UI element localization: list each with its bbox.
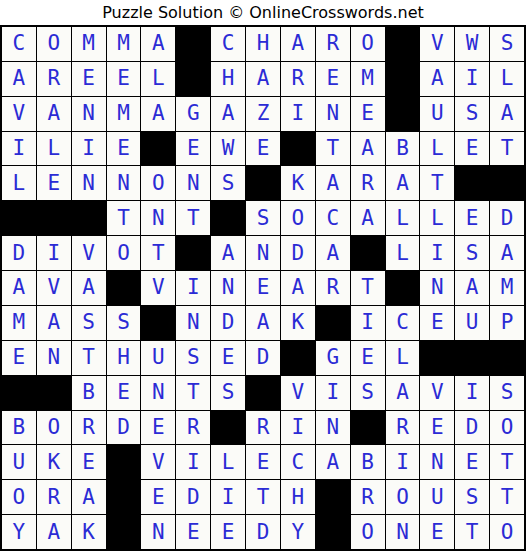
letter-cell-r12c10: N xyxy=(316,411,350,445)
letter-cell-r8c9: A xyxy=(281,271,315,305)
letter-cell-r6c11: A xyxy=(351,201,385,235)
letter-cell-r14c5: E xyxy=(141,480,175,514)
letter-cell-r7c2: I xyxy=(37,236,71,270)
black-cell-r4c5 xyxy=(141,132,175,166)
black-cell-r9c5 xyxy=(141,306,175,340)
black-cell-r7c11 xyxy=(351,236,385,270)
letter-cell-r1c8: H xyxy=(246,27,280,61)
letter-cell-r14c1: O xyxy=(2,480,36,514)
black-cell-r14c4 xyxy=(107,480,141,514)
black-cell-r6c7 xyxy=(211,201,245,235)
letter-cell-r13c6: I xyxy=(176,445,210,479)
black-cell-r5c14 xyxy=(455,166,489,200)
letter-cell-r5c1: L xyxy=(2,166,36,200)
letter-cell-r8c5: V xyxy=(141,271,175,305)
letter-cell-r1c5: A xyxy=(141,27,175,61)
black-cell-r12c7 xyxy=(211,411,245,445)
letter-cell-r9c6: N xyxy=(176,306,210,340)
letter-cell-r1c2: O xyxy=(37,27,71,61)
letter-cell-r3c3: N xyxy=(72,97,106,131)
letter-cell-r1c13: V xyxy=(420,27,454,61)
letter-cell-r5c9: K xyxy=(281,166,315,200)
letter-cell-r1c3: M xyxy=(72,27,106,61)
letter-cell-r2c13: A xyxy=(420,62,454,96)
letter-cell-r5c3: N xyxy=(72,166,106,200)
black-cell-r5c8 xyxy=(246,166,280,200)
letter-cell-r2c5: L xyxy=(141,62,175,96)
letter-cell-r13c3: E xyxy=(72,445,106,479)
letter-cell-r1c14: W xyxy=(455,27,489,61)
letter-cell-r10c5: U xyxy=(141,341,175,375)
letter-cell-r12c2: O xyxy=(37,411,71,445)
letter-cell-r11c10: I xyxy=(316,376,350,410)
letter-cell-r15c14: T xyxy=(455,515,489,549)
letter-cell-r4c12: B xyxy=(386,132,420,166)
letter-cell-r2c1: A xyxy=(2,62,36,96)
letter-cell-r11c3: B xyxy=(72,376,106,410)
letter-cell-r5c12: A xyxy=(386,166,420,200)
letter-cell-r4c11: A xyxy=(351,132,385,166)
letter-cell-r6c6: T xyxy=(176,201,210,235)
letter-cell-r6c5: N xyxy=(141,201,175,235)
black-cell-r11c1 xyxy=(2,376,36,410)
letter-cell-r7c8: N xyxy=(246,236,280,270)
black-cell-r10c9 xyxy=(281,341,315,375)
black-cell-r11c8 xyxy=(246,376,280,410)
letter-cell-r11c9: V xyxy=(281,376,315,410)
letter-cell-r6c8: S xyxy=(246,201,280,235)
letter-cell-r13c11: B xyxy=(351,445,385,479)
letter-cell-r14c14: S xyxy=(455,480,489,514)
letter-cell-r7c13: I xyxy=(420,236,454,270)
letter-cell-r5c2: E xyxy=(37,166,71,200)
letter-cell-r14c7: I xyxy=(211,480,245,514)
letter-cell-r7c15: A xyxy=(490,236,524,270)
letter-cell-r12c12: R xyxy=(386,411,420,445)
letter-cell-r10c11: E xyxy=(351,341,385,375)
letter-cell-r13c2: K xyxy=(37,445,71,479)
letter-cell-r3c13: U xyxy=(420,97,454,131)
black-cell-r15c4 xyxy=(107,515,141,549)
letter-cell-r2c2: R xyxy=(37,62,71,96)
black-cell-r6c1 xyxy=(2,201,36,235)
letter-cell-r4c8: E xyxy=(246,132,280,166)
black-cell-r1c12 xyxy=(386,27,420,61)
letter-cell-r1c4: M xyxy=(107,27,141,61)
black-cell-r10c13 xyxy=(420,341,454,375)
letter-cell-r1c1: C xyxy=(2,27,36,61)
letter-cell-r8c10: R xyxy=(316,271,350,305)
letter-cell-r10c8: D xyxy=(246,341,280,375)
letter-cell-r8c7: N xyxy=(211,271,245,305)
letter-cell-r15c11: O xyxy=(351,515,385,549)
letter-cell-r2c3: E xyxy=(72,62,106,96)
letter-cell-r9c14: U xyxy=(455,306,489,340)
letter-cell-r6c14: E xyxy=(455,201,489,235)
letter-cell-r6c10: C xyxy=(316,201,350,235)
black-cell-r13c4 xyxy=(107,445,141,479)
letter-cell-r15c5: N xyxy=(141,515,175,549)
black-cell-r8c12 xyxy=(386,271,420,305)
letter-cell-r2c7: H xyxy=(211,62,245,96)
black-cell-r10c14 xyxy=(455,341,489,375)
letter-cell-r11c4: E xyxy=(107,376,141,410)
letter-cell-r4c14: E xyxy=(455,132,489,166)
black-cell-r7c6 xyxy=(176,236,210,270)
letter-cell-r12c3: R xyxy=(72,411,106,445)
letter-cell-r10c10: G xyxy=(316,341,350,375)
letter-cell-r12c14: D xyxy=(455,411,489,445)
letter-cell-r13c13: N xyxy=(420,445,454,479)
letter-cell-r4c6: E xyxy=(176,132,210,166)
letter-cell-r13c1: U xyxy=(2,445,36,479)
letter-cell-r6c15: D xyxy=(490,201,524,235)
letter-cell-r13c12: I xyxy=(386,445,420,479)
letter-cell-r6c9: O xyxy=(281,201,315,235)
black-cell-r2c6 xyxy=(176,62,210,96)
letter-cell-r13c8: E xyxy=(246,445,280,479)
letter-cell-r5c5: O xyxy=(141,166,175,200)
letter-cell-r3c8: Z xyxy=(246,97,280,131)
letter-cell-r3c6: G xyxy=(176,97,210,131)
letter-cell-r2c8: A xyxy=(246,62,280,96)
letter-cell-r3c9: I xyxy=(281,97,315,131)
letter-cell-r14c15: T xyxy=(490,480,524,514)
black-cell-r2c12 xyxy=(386,62,420,96)
letter-cell-r14c9: H xyxy=(281,480,315,514)
letter-cell-r8c1: A xyxy=(2,271,36,305)
letter-cell-r1c11: O xyxy=(351,27,385,61)
letter-cell-r15c1: Y xyxy=(2,515,36,549)
letter-cell-r12c4: D xyxy=(107,411,141,445)
letter-cell-r5c7: S xyxy=(211,166,245,200)
letter-cell-r7c1: D xyxy=(2,236,36,270)
letter-cell-r2c9: R xyxy=(281,62,315,96)
black-cell-r11c2 xyxy=(37,376,71,410)
letter-cell-r14c12: O xyxy=(386,480,420,514)
letter-cell-r5c10: A xyxy=(316,166,350,200)
letter-cell-r7c4: O xyxy=(107,236,141,270)
page-title: Puzzle Solution © OnlineCrosswords.net xyxy=(0,0,526,25)
letter-cell-r10c6: S xyxy=(176,341,210,375)
letter-cell-r12c15: O xyxy=(490,411,524,445)
black-cell-r14c10 xyxy=(316,480,350,514)
letter-cell-r14c13: U xyxy=(420,480,454,514)
letter-cell-r3c10: N xyxy=(316,97,350,131)
letter-cell-r10c12: L xyxy=(386,341,420,375)
letter-cell-r6c4: T xyxy=(107,201,141,235)
letter-cell-r3c14: S xyxy=(455,97,489,131)
letter-cell-r14c11: R xyxy=(351,480,385,514)
letter-cell-r15c9: Y xyxy=(281,515,315,549)
letter-cell-r15c3: K xyxy=(72,515,106,549)
letter-cell-r2c10: E xyxy=(316,62,350,96)
letter-cell-r13c15: T xyxy=(490,445,524,479)
letter-cell-r10c7: E xyxy=(211,341,245,375)
letter-cell-r3c2: A xyxy=(37,97,71,131)
letter-cell-r9c2: A xyxy=(37,306,71,340)
letter-cell-r5c4: N xyxy=(107,166,141,200)
letter-cell-r1c10: R xyxy=(316,27,350,61)
letter-cell-r3c1: V xyxy=(2,97,36,131)
letter-cell-r11c14: I xyxy=(455,376,489,410)
black-cell-r8c4 xyxy=(107,271,141,305)
black-cell-r4c9 xyxy=(281,132,315,166)
black-cell-r9c10 xyxy=(316,306,350,340)
letter-cell-r4c1: I xyxy=(2,132,36,166)
letter-cell-r7c12: L xyxy=(386,236,420,270)
crossword-grid: COMMACHAROVWSAREELHAREMAILVANMAGAZINEUSA… xyxy=(0,25,526,551)
puzzle-solution-page: Puzzle Solution © OnlineCrosswords.net C… xyxy=(0,0,526,551)
black-cell-r1c6 xyxy=(176,27,210,61)
letter-cell-r4c13: L xyxy=(420,132,454,166)
letter-cell-r3c4: M xyxy=(107,97,141,131)
letter-cell-r7c14: S xyxy=(455,236,489,270)
letter-cell-r9c7: D xyxy=(211,306,245,340)
letter-cell-r13c14: E xyxy=(455,445,489,479)
letter-cell-r13c9: C xyxy=(281,445,315,479)
letter-cell-r12c13: E xyxy=(420,411,454,445)
black-cell-r6c3 xyxy=(72,201,106,235)
letter-cell-r9c11: I xyxy=(351,306,385,340)
letter-cell-r8c11: T xyxy=(351,271,385,305)
letter-cell-r9c4: S xyxy=(107,306,141,340)
letter-cell-r13c7: L xyxy=(211,445,245,479)
letter-cell-r13c10: A xyxy=(316,445,350,479)
letter-cell-r11c5: N xyxy=(141,376,175,410)
letter-cell-r11c12: A xyxy=(386,376,420,410)
black-cell-r15c10 xyxy=(316,515,350,549)
letter-cell-r4c7: W xyxy=(211,132,245,166)
letter-cell-r10c3: T xyxy=(72,341,106,375)
letter-cell-r7c10: A xyxy=(316,236,350,270)
letter-cell-r12c1: B xyxy=(2,411,36,445)
black-cell-r6c2 xyxy=(37,201,71,235)
letter-cell-r2c11: M xyxy=(351,62,385,96)
letter-cell-r7c3: V xyxy=(72,236,106,270)
letter-cell-r2c4: E xyxy=(107,62,141,96)
letter-cell-r12c9: I xyxy=(281,411,315,445)
letter-cell-r8c15: M xyxy=(490,271,524,305)
letter-cell-r2c14: I xyxy=(455,62,489,96)
letter-cell-r8c14: A xyxy=(455,271,489,305)
letter-cell-r5c11: R xyxy=(351,166,385,200)
letter-cell-r11c13: V xyxy=(420,376,454,410)
letter-cell-r3c7: A xyxy=(211,97,245,131)
letter-cell-r9c12: C xyxy=(386,306,420,340)
letter-cell-r8c3: A xyxy=(72,271,106,305)
letter-cell-r7c7: A xyxy=(211,236,245,270)
letter-cell-r8c2: V xyxy=(37,271,71,305)
letter-cell-r4c2: L xyxy=(37,132,71,166)
letter-cell-r9c15: P xyxy=(490,306,524,340)
letter-cell-r5c13: T xyxy=(420,166,454,200)
letter-cell-r8c6: I xyxy=(176,271,210,305)
letter-cell-r4c15: T xyxy=(490,132,524,166)
letter-cell-r9c8: A xyxy=(246,306,280,340)
letter-cell-r9c3: S xyxy=(72,306,106,340)
black-cell-r12c11 xyxy=(351,411,385,445)
letter-cell-r9c9: K xyxy=(281,306,315,340)
black-cell-r3c12 xyxy=(386,97,420,131)
letter-cell-r14c8: T xyxy=(246,480,280,514)
letter-cell-r14c2: R xyxy=(37,480,71,514)
letter-cell-r7c9: D xyxy=(281,236,315,270)
letter-cell-r10c4: H xyxy=(107,341,141,375)
letter-cell-r11c6: T xyxy=(176,376,210,410)
letter-cell-r4c4: E xyxy=(107,132,141,166)
letter-cell-r14c6: D xyxy=(176,480,210,514)
letter-cell-r14c3: A xyxy=(72,480,106,514)
letter-cell-r10c2: N xyxy=(37,341,71,375)
letter-cell-r1c7: C xyxy=(211,27,245,61)
black-cell-r5c15 xyxy=(490,166,524,200)
letter-cell-r3c11: E xyxy=(351,97,385,131)
letter-cell-r15c2: A xyxy=(37,515,71,549)
letter-cell-r8c8: E xyxy=(246,271,280,305)
letter-cell-r15c13: E xyxy=(420,515,454,549)
letter-cell-r8c13: N xyxy=(420,271,454,305)
letter-cell-r6c12: L xyxy=(386,201,420,235)
letter-cell-r5c6: N xyxy=(176,166,210,200)
letter-cell-r9c1: M xyxy=(2,306,36,340)
letter-cell-r12c8: R xyxy=(246,411,280,445)
letter-cell-r1c15: S xyxy=(490,27,524,61)
letter-cell-r3c5: A xyxy=(141,97,175,131)
letter-cell-r13c5: V xyxy=(141,445,175,479)
letter-cell-r15c15: O xyxy=(490,515,524,549)
letter-cell-r10c1: E xyxy=(2,341,36,375)
letter-cell-r9c13: E xyxy=(420,306,454,340)
letter-cell-r11c7: S xyxy=(211,376,245,410)
letter-cell-r4c10: T xyxy=(316,132,350,166)
letter-cell-r12c6: R xyxy=(176,411,210,445)
letter-cell-r12c5: E xyxy=(141,411,175,445)
letter-cell-r11c11: S xyxy=(351,376,385,410)
letter-cell-r1c9: A xyxy=(281,27,315,61)
black-cell-r10c15 xyxy=(490,341,524,375)
letter-cell-r15c8: D xyxy=(246,515,280,549)
letter-cell-r15c6: E xyxy=(176,515,210,549)
letter-cell-r11c15: S xyxy=(490,376,524,410)
letter-cell-r15c12: N xyxy=(386,515,420,549)
letter-cell-r7c5: T xyxy=(141,236,175,270)
letter-cell-r15c7: E xyxy=(211,515,245,549)
letter-cell-r6c13: L xyxy=(420,201,454,235)
letter-cell-r4c3: I xyxy=(72,132,106,166)
letter-cell-r2c15: L xyxy=(490,62,524,96)
letter-cell-r3c15: A xyxy=(490,97,524,131)
